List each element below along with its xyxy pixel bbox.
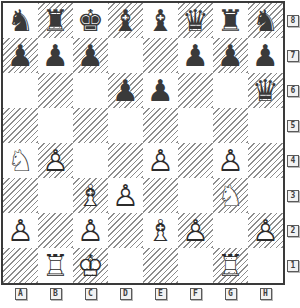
black-piece-glyph: ♝ <box>143 3 178 38</box>
square-e5[interactable] <box>143 108 178 143</box>
piece-black-pawn[interactable]: ♟ <box>248 38 283 73</box>
black-piece-glyph: ♟ <box>213 38 248 73</box>
square-h2[interactable]: ♟♙ <box>248 213 283 248</box>
square-c7[interactable]: ♟ <box>73 38 108 73</box>
black-piece-glyph: ♟ <box>38 38 73 73</box>
square-a8[interactable]: ♞ <box>3 3 38 38</box>
black-piece-glyph: ♟ <box>108 73 143 108</box>
white-piece-outline: ♗ <box>143 213 178 248</box>
file-labels: ABCDEFGH <box>3 288 283 300</box>
piece-white-rook[interactable]: ♜♖ <box>38 248 73 283</box>
black-piece-glyph: ♛ <box>248 73 283 108</box>
square-h5[interactable] <box>248 108 283 143</box>
square-d7[interactable] <box>108 38 143 73</box>
square-f7[interactable]: ♟ <box>178 38 213 73</box>
piece-white-bishop[interactable]: ♝♗ <box>73 178 108 213</box>
square-b1[interactable]: ♜♖ <box>38 248 73 283</box>
square-c8[interactable]: ♚ <box>73 3 108 38</box>
piece-black-pawn[interactable]: ♟ <box>3 38 38 73</box>
white-piece-outline: ♙ <box>178 213 213 248</box>
black-piece-glyph: ♜ <box>38 3 73 38</box>
piece-black-bishop[interactable]: ♝ <box>108 3 143 38</box>
square-g4[interactable]: ♟♙ <box>213 143 248 178</box>
black-piece-glyph: ♟ <box>178 38 213 73</box>
black-piece-glyph: ♟ <box>143 73 178 108</box>
square-b6[interactable] <box>38 73 73 108</box>
white-piece-outline: ♙ <box>73 213 108 248</box>
black-piece-glyph: ♟ <box>248 38 283 73</box>
piece-black-pawn[interactable]: ♟ <box>213 38 248 73</box>
square-d6[interactable]: ♟ <box>108 73 143 108</box>
square-g3[interactable]: ♞♘ <box>213 178 248 213</box>
rank-label-6: 6 <box>287 85 299 97</box>
square-g7[interactable]: ♟ <box>213 38 248 73</box>
square-b7[interactable]: ♟ <box>38 38 73 73</box>
white-piece-outline: ♗ <box>73 178 108 213</box>
piece-white-pawn[interactable]: ♟♙ <box>248 213 283 248</box>
white-piece-outline: ♘ <box>213 178 248 213</box>
square-b3[interactable] <box>38 178 73 213</box>
rank-label-2: 2 <box>287 225 299 237</box>
square-c6[interactable] <box>73 73 108 108</box>
square-d8[interactable]: ♝ <box>108 3 143 38</box>
black-piece-glyph: ♝ <box>108 3 143 38</box>
piece-black-pawn[interactable]: ♟ <box>143 73 178 108</box>
square-e7[interactable] <box>143 38 178 73</box>
piece-white-knight[interactable]: ♞♘ <box>213 178 248 213</box>
white-piece-outline: ♙ <box>38 143 73 178</box>
square-b4[interactable]: ♟♙ <box>38 143 73 178</box>
chess-board: ♞♜♚♝♝♛♜♞♟♟♟♟♟♟♟♟♛♞♘♟♙♟♙♟♙♝♗♟♙♞♘♟♙♟♙♝♗♟♙♟… <box>1 1 285 285</box>
piece-black-knight[interactable]: ♞ <box>3 3 38 38</box>
square-h6[interactable]: ♛ <box>248 73 283 108</box>
piece-black-rook[interactable]: ♜ <box>38 3 73 38</box>
piece-white-pawn[interactable]: ♟♙ <box>213 143 248 178</box>
square-h7[interactable]: ♟ <box>248 38 283 73</box>
rank-label-5: 5 <box>287 120 299 132</box>
piece-white-king[interactable]: ♚♔ <box>73 248 108 283</box>
piece-black-pawn[interactable]: ♟ <box>38 38 73 73</box>
square-e1[interactable] <box>143 248 178 283</box>
square-g8[interactable]: ♜ <box>213 3 248 38</box>
black-piece-glyph: ♞ <box>3 3 38 38</box>
piece-white-pawn[interactable]: ♟♙ <box>108 178 143 213</box>
square-g1[interactable]: ♜♖ <box>213 248 248 283</box>
white-piece-outline: ♙ <box>143 143 178 178</box>
file-label-f: F <box>190 288 202 300</box>
square-d5[interactable] <box>108 108 143 143</box>
square-b8[interactable]: ♜ <box>38 3 73 38</box>
square-h8[interactable]: ♞ <box>248 3 283 38</box>
piece-black-knight[interactable]: ♞ <box>248 3 283 38</box>
white-piece-outline: ♙ <box>3 213 38 248</box>
square-f6[interactable] <box>178 73 213 108</box>
piece-white-pawn[interactable]: ♟♙ <box>3 213 38 248</box>
square-h4[interactable] <box>248 143 283 178</box>
square-e3[interactable] <box>143 178 178 213</box>
square-f5[interactable] <box>178 108 213 143</box>
square-c3[interactable]: ♝♗ <box>73 178 108 213</box>
file-label-b: B <box>50 288 62 300</box>
piece-black-rook[interactable]: ♜ <box>213 3 248 38</box>
square-e8[interactable]: ♝ <box>143 3 178 38</box>
square-c1[interactable]: ♚♔ <box>73 248 108 283</box>
black-piece-glyph: ♜ <box>213 3 248 38</box>
square-g2[interactable] <box>213 213 248 248</box>
piece-white-knight[interactable]: ♞♘ <box>3 143 38 178</box>
square-a2[interactable]: ♟♙ <box>3 213 38 248</box>
square-f4[interactable] <box>178 143 213 178</box>
black-piece-glyph: ♞ <box>248 3 283 38</box>
piece-black-queen[interactable]: ♛ <box>248 73 283 108</box>
square-a5[interactable] <box>3 108 38 143</box>
rank-labels: 87654321 <box>287 3 299 283</box>
white-piece-outline: ♖ <box>213 248 248 283</box>
square-a3[interactable] <box>3 178 38 213</box>
white-piece-outline: ♙ <box>213 143 248 178</box>
square-c2[interactable]: ♟♙ <box>73 213 108 248</box>
piece-white-pawn[interactable]: ♟♙ <box>73 213 108 248</box>
rank-label-4: 4 <box>287 155 299 167</box>
white-piece-outline: ♙ <box>248 213 283 248</box>
square-d2[interactable] <box>108 213 143 248</box>
white-piece-outline: ♔ <box>73 248 108 283</box>
square-e2[interactable]: ♝♗ <box>143 213 178 248</box>
square-b2[interactable] <box>38 213 73 248</box>
black-piece-glyph: ♟ <box>3 38 38 73</box>
black-piece-glyph: ♟ <box>73 38 108 73</box>
square-a6[interactable] <box>3 73 38 108</box>
square-d4[interactable] <box>108 143 143 178</box>
white-piece-outline: ♙ <box>108 178 143 213</box>
black-piece-glyph: ♚ <box>73 3 108 38</box>
piece-black-pawn[interactable]: ♟ <box>108 73 143 108</box>
square-h1[interactable] <box>248 248 283 283</box>
square-c5[interactable] <box>73 108 108 143</box>
white-piece-outline: ♘ <box>3 143 38 178</box>
square-b5[interactable] <box>38 108 73 143</box>
square-d3[interactable]: ♟♙ <box>108 178 143 213</box>
square-f3[interactable] <box>178 178 213 213</box>
square-a1[interactable] <box>3 248 38 283</box>
square-h3[interactable] <box>248 178 283 213</box>
square-a7[interactable]: ♟ <box>3 38 38 73</box>
square-d1[interactable] <box>108 248 143 283</box>
square-e4[interactable]: ♟♙ <box>143 143 178 178</box>
piece-black-bishop[interactable]: ♝ <box>143 3 178 38</box>
file-label-a: A <box>15 288 27 300</box>
rank-label-7: 7 <box>287 50 299 62</box>
piece-white-bishop[interactable]: ♝♗ <box>143 213 178 248</box>
square-f2[interactable]: ♟♙ <box>178 213 213 248</box>
chess-diagram: ♞♜♚♝♝♛♜♞♟♟♟♟♟♟♟♟♛♞♘♟♙♟♙♟♙♝♗♟♙♞♘♟♙♟♙♝♗♟♙♟… <box>0 0 300 308</box>
square-e6[interactable]: ♟ <box>143 73 178 108</box>
white-piece-outline: ♖ <box>38 248 73 283</box>
piece-white-rook[interactable]: ♜♖ <box>213 248 248 283</box>
piece-white-pawn[interactable]: ♟♙ <box>143 143 178 178</box>
square-f8[interactable]: ♛ <box>178 3 213 38</box>
square-a4[interactable]: ♞♘ <box>3 143 38 178</box>
piece-white-pawn[interactable]: ♟♙ <box>178 213 213 248</box>
piece-black-pawn[interactable]: ♟ <box>73 38 108 73</box>
file-label-e: E <box>155 288 167 300</box>
square-g6[interactable] <box>213 73 248 108</box>
piece-white-pawn[interactable]: ♟♙ <box>38 143 73 178</box>
square-g5[interactable] <box>213 108 248 143</box>
square-c4[interactable] <box>73 143 108 178</box>
square-f1[interactable] <box>178 248 213 283</box>
rank-label-3: 3 <box>287 190 299 202</box>
file-label-c: C <box>85 288 97 300</box>
piece-black-queen[interactable]: ♛ <box>178 3 213 38</box>
file-label-h: H <box>260 288 272 300</box>
rank-label-8: 8 <box>287 15 299 27</box>
piece-black-pawn[interactable]: ♟ <box>178 38 213 73</box>
file-label-g: G <box>225 288 237 300</box>
rank-label-1: 1 <box>287 260 299 272</box>
piece-black-king[interactable]: ♚ <box>73 3 108 38</box>
file-label-d: D <box>120 288 132 300</box>
black-piece-glyph: ♛ <box>178 3 213 38</box>
